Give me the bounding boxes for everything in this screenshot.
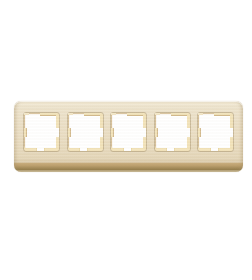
window-right-notch — [100, 128, 103, 137]
window-left-tab — [198, 128, 201, 137]
window-corner-mark — [24, 113, 29, 115]
window-corner-mark — [198, 113, 203, 115]
window-corner-mark — [68, 113, 73, 115]
wall-frame-5-gang — [14, 101, 243, 172]
window-right-notch — [143, 128, 146, 137]
window-left-tab — [24, 128, 27, 137]
window-bottom-notch — [80, 148, 87, 151]
window-top-notch — [171, 113, 187, 116]
window-right-notch — [56, 128, 59, 137]
window-top-notch — [127, 113, 143, 116]
window-right-notch — [187, 128, 190, 137]
window-left-tab — [155, 128, 158, 137]
window-top-notch — [84, 113, 100, 116]
window-bottom-notch — [37, 148, 44, 151]
frame-window-4 — [155, 113, 190, 151]
window-corner-mark — [111, 113, 116, 115]
window-top-notch — [40, 113, 56, 116]
window-corner-mark — [155, 113, 160, 115]
window-left-tab — [68, 128, 71, 137]
product-photo — [0, 0, 252, 280]
window-left-tab — [111, 128, 114, 137]
window-right-notch — [230, 128, 233, 137]
window-bottom-notch — [167, 148, 174, 151]
frame-window-2 — [68, 113, 103, 151]
window-bottom-notch — [211, 148, 218, 151]
windows-row — [24, 113, 233, 151]
window-top-notch — [214, 113, 230, 116]
frame-window-1 — [24, 113, 59, 151]
frame-window-5 — [198, 113, 233, 151]
window-bottom-notch — [124, 148, 131, 151]
frame-window-3 — [111, 113, 146, 151]
